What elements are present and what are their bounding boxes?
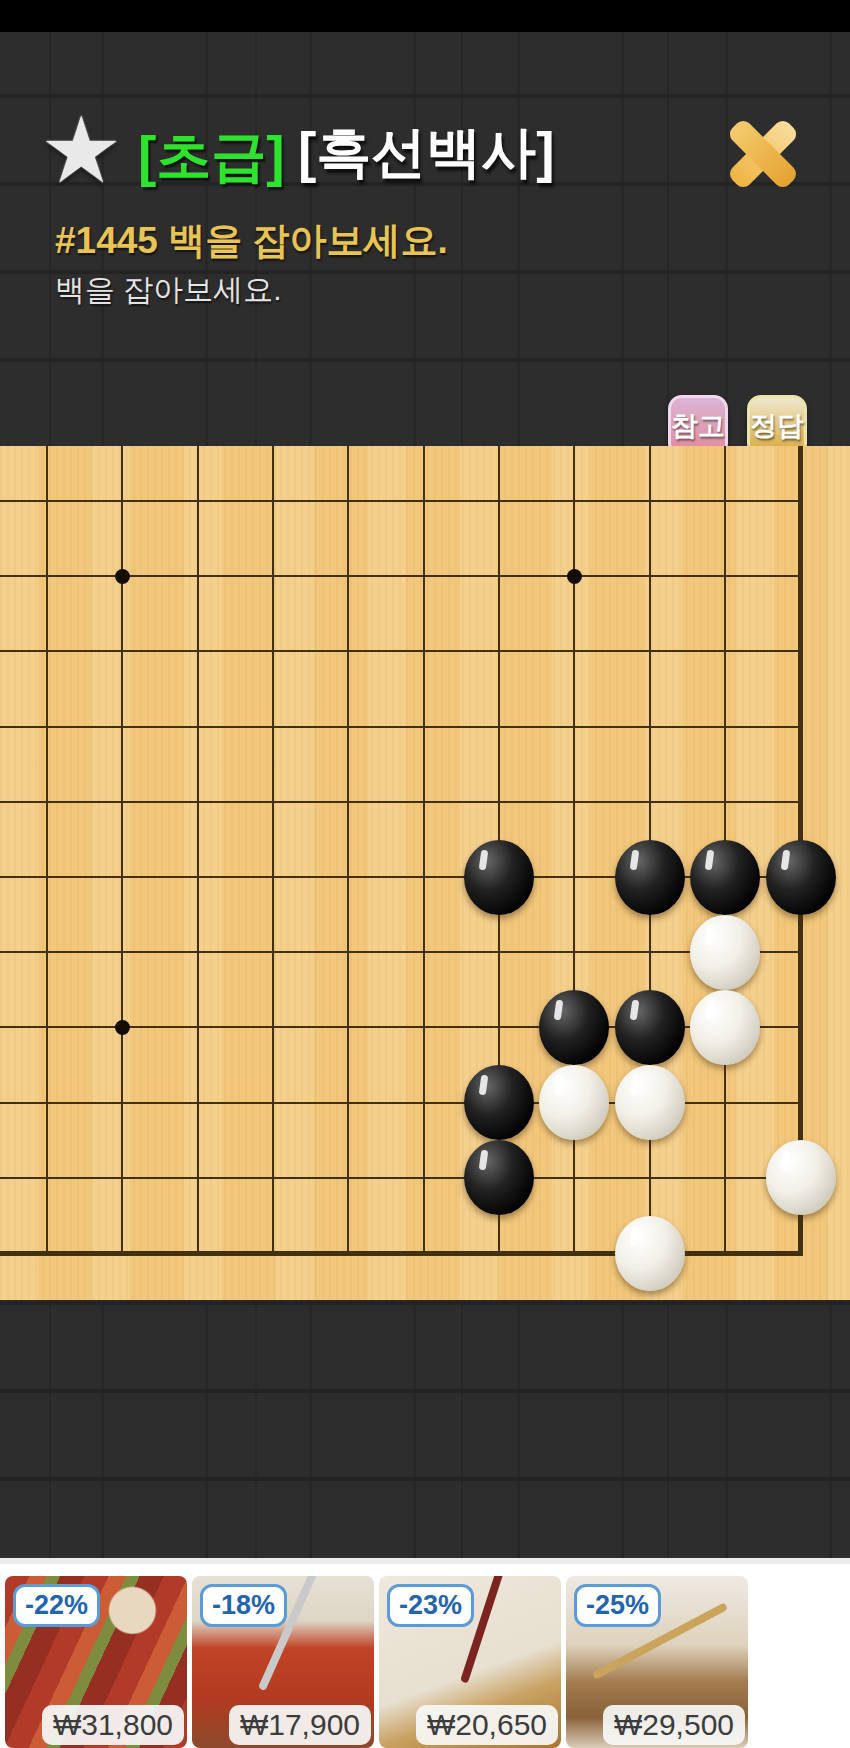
go-board[interactable] [0,446,850,1300]
grid-line-vertical [46,446,48,1255]
grid-line-vertical [121,446,123,1255]
ad-product-card[interactable]: -22% ₩31,800 [5,1576,187,1748]
grid-line-vertical [272,446,274,1255]
level-label: [초급] [138,120,285,194]
ad-product-card[interactable]: -25% ₩29,500 [566,1576,748,1748]
grid-line-horizontal [0,726,803,728]
grid-line-vertical [423,446,425,1255]
grid-line-vertical [347,446,349,1255]
discount-badge: -22% [13,1584,100,1627]
page-title: [흑선백사] [298,116,555,190]
stone-highlight [479,849,489,870]
grid-line-horizontal [0,801,803,803]
star-point [115,1020,130,1035]
ad-banner: -22% ₩31,800 -18% ₩17,900 -23% ₩20,650 -… [0,1558,850,1748]
grid-line-horizontal [0,500,803,502]
stone-white-Q3[interactable] [539,1065,609,1140]
stone-highlight [780,849,790,870]
problem-subtitle: 백을 잡아보세요. [55,270,282,311]
stone-black-P3[interactable] [464,1065,534,1140]
grid-line-horizontal [0,951,803,953]
stone-white-T2[interactable] [766,1140,836,1215]
status-bar [0,0,850,32]
stone-highlight [629,1225,639,1246]
stone-black-R6[interactable] [615,840,685,915]
stone-white-R3[interactable] [615,1065,685,1140]
price-label: ₩17,900 [229,1705,371,1745]
stone-highlight [629,1000,639,1021]
ad-product-card[interactable]: -23% ₩20,650 [379,1576,561,1748]
stone-highlight [554,1000,564,1021]
stone-black-S6[interactable] [690,840,760,915]
stone-black-Q4[interactable] [539,990,609,1065]
discount-badge: -18% [200,1584,287,1627]
discount-badge: -25% [574,1584,661,1627]
stone-highlight [705,924,715,945]
stone-black-T6[interactable] [766,840,836,915]
stone-highlight [629,1075,639,1096]
price-label: ₩31,800 [42,1705,184,1745]
price-label: ₩29,500 [603,1705,745,1745]
star-point [567,569,582,584]
app-screen: ★ [초급] [흑선백사] #1445 백을 잡아보세요. 백을 잡아보세요. … [0,0,850,1748]
stone-highlight [705,1000,715,1021]
discount-badge: -23% [387,1584,474,1627]
grid-line-vertical [197,446,199,1255]
grid-line-horizontal [0,650,803,652]
bottom-panel: 버그 ↺ 연습 ◆정답률: 27% ◆오답 1회 후 정답률: 47% [0,1300,850,1565]
stone-highlight [479,1150,489,1171]
price-label: ₩20,650 [416,1705,558,1745]
close-icon[interactable] [728,116,796,192]
stone-highlight [554,1075,564,1096]
stone-white-S5[interactable] [690,915,760,990]
star-icon: ★ [40,104,132,196]
stone-black-P2[interactable] [464,1140,534,1215]
header-panel: ★ [초급] [흑선백사] #1445 백을 잡아보세요. 백을 잡아보세요. … [0,32,850,446]
stone-highlight [780,1150,790,1171]
stone-white-R1[interactable] [615,1216,685,1291]
stone-black-P6[interactable] [464,840,534,915]
stone-highlight [629,849,639,870]
star-point [115,569,130,584]
ad-product-card[interactable]: -18% ₩17,900 [192,1576,374,1748]
stone-black-R4[interactable] [615,990,685,1065]
problem-title: #1445 백을 잡아보세요. [55,216,448,266]
grid-line-horizontal [0,1177,803,1179]
stone-white-S4[interactable] [690,990,760,1065]
stone-highlight [479,1075,489,1096]
stone-highlight [705,849,715,870]
